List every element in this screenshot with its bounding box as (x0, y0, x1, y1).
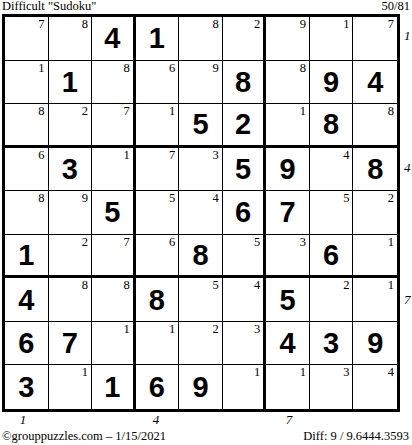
pencil-mark: 3 (300, 235, 306, 249)
given-digit: 1 (136, 17, 179, 60)
given-digit: 1 (49, 61, 92, 104)
cell-r3c6[interactable]: 2 (223, 104, 267, 148)
cell-r5c3[interactable]: 5 (92, 191, 136, 235)
cell-counter: 50/81 (382, 0, 410, 14)
pencil-mark: 5 (169, 191, 175, 205)
pencil-mark: 3 (343, 365, 349, 379)
given-digit: 7 (49, 322, 92, 365)
cell-r2c4[interactable]: 6 (136, 61, 180, 105)
cell-r1c7[interactable]: 9 (266, 17, 310, 61)
pencil-mark: 1 (388, 235, 394, 249)
pencil-mark: 1 (123, 148, 129, 162)
pencil-mark: 8 (82, 17, 88, 31)
sudoku-board: 7841829171186988948271521886317359488955… (2, 14, 400, 412)
cell-r9c8[interactable]: 3 (310, 365, 354, 409)
cell-r9c2[interactable]: 1 (49, 365, 93, 409)
cell-r3c5[interactable]: 5 (179, 104, 223, 148)
cell-r4c3[interactable]: 1 (92, 148, 136, 192)
cell-r6c3[interactable]: 7 (92, 235, 136, 279)
pencil-mark: 8 (123, 61, 129, 75)
given-digit: 5 (223, 148, 264, 191)
cell-r4c6[interactable]: 5 (223, 148, 267, 192)
pencil-mark: 2 (388, 191, 394, 205)
pencil-mark: 8 (38, 191, 44, 205)
given-digit: 4 (266, 322, 309, 365)
cell-r6c2[interactable]: 2 (49, 235, 93, 279)
cell-r3c4[interactable]: 1 (136, 104, 180, 148)
cell-r7c4[interactable]: 8 (136, 278, 180, 322)
cell-r2c7[interactable]: 8 (266, 61, 310, 105)
cell-r3c1[interactable]: 8 (5, 104, 49, 148)
pencil-mark: 7 (169, 148, 175, 162)
cell-r7c7[interactable]: 5 (266, 278, 310, 322)
given-digit: 8 (310, 104, 353, 145)
pencil-mark: 1 (300, 365, 306, 379)
pencil-mark: 8 (38, 104, 44, 118)
cell-r9c4[interactable]: 6 (136, 365, 180, 409)
given-digit: 3 (49, 148, 92, 191)
cell-r1c2[interactable]: 8 (49, 17, 93, 61)
cell-r8c3[interactable]: 1 (92, 322, 136, 366)
pencil-mark: 7 (123, 235, 129, 249)
cell-r4c8[interactable]: 4 (310, 148, 354, 192)
given-digit: 2 (223, 104, 264, 145)
pencil-mark: 4 (213, 191, 219, 205)
cell-r5c6[interactable]: 6 (223, 191, 267, 235)
pencil-mark: 9 (82, 191, 88, 205)
given-digit: 5 (179, 104, 222, 145)
cell-r7c3[interactable]: 8 (92, 278, 136, 322)
pencil-mark: 4 (388, 365, 394, 379)
cell-r5c8[interactable]: 5 (310, 191, 354, 235)
cell-r2c1[interactable]: 1 (5, 61, 49, 105)
pencil-mark: 3 (213, 148, 219, 162)
cell-r1c3[interactable]: 4 (92, 17, 136, 61)
cell-r9c7[interactable]: 1 (266, 365, 310, 409)
given-digit: 5 (92, 191, 133, 234)
given-digit: 8 (353, 148, 397, 191)
given-digit: 9 (266, 148, 309, 191)
cell-r2c5[interactable]: 9 (179, 61, 223, 105)
pencil-mark: 7 (388, 17, 394, 31)
cell-r8c7[interactable]: 4 (266, 322, 310, 366)
cell-r7c9[interactable]: 1 (353, 278, 397, 322)
pencil-mark: 8 (300, 61, 306, 75)
row-label-7: 7 (404, 293, 412, 307)
pencil-mark: 1 (343, 17, 349, 31)
cell-r9c1[interactable]: 3 (5, 365, 49, 409)
given-digit: 8 (136, 278, 179, 321)
page-header: Difficult "Sudoku" 50/81 (0, 0, 412, 14)
pencil-mark: 8 (388, 104, 394, 118)
cell-r9c6[interactable]: 1 (223, 365, 267, 409)
cell-r1c6[interactable]: 2 (223, 17, 267, 61)
cell-r1c5[interactable]: 8 (179, 17, 223, 61)
cell-r6c1[interactable]: 1 (5, 235, 49, 279)
pencil-mark: 9 (213, 61, 219, 75)
pencil-mark: 1 (82, 365, 88, 379)
cell-r3c3[interactable]: 7 (92, 104, 136, 148)
copyright-date: ©grouppuzzles.com – 1/15/2021 (2, 429, 166, 444)
cell-r6c8[interactable]: 6 (310, 235, 354, 279)
cell-r1c8[interactable]: 1 (310, 17, 354, 61)
cell-r8c5[interactable]: 2 (179, 322, 223, 366)
pencil-mark: 1 (38, 61, 44, 75)
cell-r7c8[interactable]: 2 (310, 278, 354, 322)
pencil-mark: 1 (300, 104, 306, 118)
cell-r8c1[interactable]: 6 (5, 322, 49, 366)
pencil-mark: 1 (388, 278, 394, 292)
row-label-1: 1 (404, 29, 412, 43)
cell-r4c4[interactable]: 7 (136, 148, 180, 192)
given-digit: 4 (353, 61, 397, 104)
pencil-mark: 2 (213, 322, 219, 336)
page-footer: ©grouppuzzles.com – 1/15/2021 Diff: 9 / … (0, 429, 412, 444)
pencil-mark: 8 (82, 278, 88, 292)
cell-r2c2[interactable]: 1 (49, 61, 93, 105)
pencil-mark: 2 (343, 278, 349, 292)
given-digit: 8 (179, 235, 222, 276)
cell-r6c4[interactable]: 6 (136, 235, 180, 279)
pencil-mark: 7 (38, 17, 44, 31)
cell-r8c4[interactable]: 1 (136, 322, 180, 366)
pencil-mark: 9 (300, 17, 306, 31)
pencil-mark: 6 (169, 235, 175, 249)
pencil-mark: 4 (254, 278, 260, 292)
pencil-mark: 5 (254, 235, 260, 249)
cell-r4c5[interactable]: 3 (179, 148, 223, 192)
given-digit: 1 (5, 235, 48, 276)
cell-r8c8[interactable]: 3 (310, 322, 354, 366)
col-label-7: 7 (283, 413, 295, 427)
cell-r2c3[interactable]: 8 (92, 61, 136, 105)
given-digit: 6 (136, 365, 179, 409)
given-digit: 7 (266, 191, 309, 234)
row-label-4: 4 (404, 161, 412, 175)
cell-r1c9[interactable]: 7 (353, 17, 397, 61)
given-digit: 4 (5, 278, 48, 321)
pencil-mark: 4 (343, 148, 349, 162)
pencil-mark: 2 (82, 104, 88, 118)
cell-r8c2[interactable]: 7 (49, 322, 93, 366)
pencil-mark: 1 (254, 365, 260, 379)
cell-r5c4[interactable]: 5 (136, 191, 180, 235)
pencil-mark: 2 (82, 235, 88, 249)
cell-r5c5[interactable]: 4 (179, 191, 223, 235)
cell-r3c7[interactable]: 1 (266, 104, 310, 148)
col-label-4: 4 (150, 413, 162, 427)
cell-r7c5[interactable]: 5 (179, 278, 223, 322)
cell-r7c1[interactable]: 4 (5, 278, 49, 322)
given-digit: 9 (179, 365, 222, 409)
given-digit: 9 (353, 322, 397, 365)
given-digit: 6 (5, 322, 48, 365)
cell-r9c9[interactable]: 4 (353, 365, 397, 409)
cell-r2c6[interactable]: 8 (223, 61, 267, 105)
pencil-mark: 3 (254, 322, 260, 336)
cell-r6c5[interactable]: 8 (179, 235, 223, 279)
pencil-mark: 7 (123, 104, 129, 118)
col-label-1: 1 (17, 413, 29, 427)
given-digit: 3 (5, 365, 48, 409)
cell-r5c7[interactable]: 7 (266, 191, 310, 235)
cell-r5c1[interactable]: 8 (5, 191, 49, 235)
cell-r8c6[interactable]: 3 (223, 322, 267, 366)
pencil-mark: 5 (213, 278, 219, 292)
cell-r1c4[interactable]: 1 (136, 17, 180, 61)
cell-r9c5[interactable]: 9 (179, 365, 223, 409)
cell-r4c9[interactable]: 8 (353, 148, 397, 192)
cell-r5c2[interactable]: 9 (49, 191, 93, 235)
cell-r6c6[interactable]: 5 (223, 235, 267, 279)
cell-r8c9[interactable]: 9 (353, 322, 397, 366)
cell-r4c2[interactable]: 3 (49, 148, 93, 192)
difficulty-rating: Diff: 9 / 9.6444.3593 (303, 429, 409, 444)
puzzle-title: Difficult "Sudoku" (2, 0, 96, 14)
cell-r5c9[interactable]: 2 (353, 191, 397, 235)
cell-r7c2[interactable]: 8 (49, 278, 93, 322)
pencil-mark: 2 (254, 17, 260, 31)
cell-r2c9[interactable]: 4 (353, 61, 397, 105)
given-digit: 6 (310, 235, 353, 276)
cell-r6c7[interactable]: 3 (266, 235, 310, 279)
pencil-mark: 5 (343, 191, 349, 205)
cell-r4c7[interactable]: 9 (266, 148, 310, 192)
given-digit: 8 (223, 61, 264, 104)
cell-r9c3[interactable]: 1 (92, 365, 136, 409)
cell-r1c1[interactable]: 7 (5, 17, 49, 61)
pencil-mark: 6 (169, 61, 175, 75)
given-digit: 6 (223, 191, 264, 234)
pencil-mark: 1 (169, 104, 175, 118)
given-digit: 4 (92, 17, 133, 60)
cell-r2c8[interactable]: 9 (310, 61, 354, 105)
given-digit: 9 (310, 61, 353, 104)
given-digit: 1 (92, 365, 133, 409)
pencil-mark: 8 (123, 278, 129, 292)
pencil-mark: 6 (38, 148, 44, 162)
cell-r3c9[interactable]: 8 (353, 104, 397, 148)
pencil-mark: 1 (123, 322, 129, 336)
cell-r3c2[interactable]: 2 (49, 104, 93, 148)
cell-r7c6[interactable]: 4 (223, 278, 267, 322)
pencil-mark: 8 (213, 17, 219, 31)
cell-r3c8[interactable]: 8 (310, 104, 354, 148)
cell-r4c1[interactable]: 6 (5, 148, 49, 192)
given-digit: 5 (266, 278, 309, 321)
cell-r6c9[interactable]: 1 (353, 235, 397, 279)
given-digit: 3 (310, 322, 353, 365)
pencil-mark: 1 (169, 322, 175, 336)
